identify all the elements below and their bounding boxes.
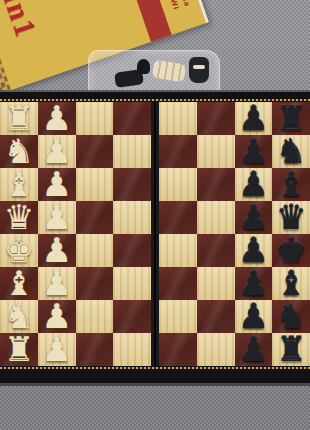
square[interactable] (113, 234, 151, 267)
white-knight[interactable]: ♞ (0, 134, 38, 168)
black-bishop[interactable]: ♝ (272, 266, 310, 300)
black-pawn[interactable]: ♟ (235, 299, 273, 333)
square[interactable] (159, 201, 197, 234)
black-pawn[interactable]: ♟ (235, 134, 273, 168)
square[interactable] (113, 168, 151, 201)
spare-black-piece (137, 59, 150, 74)
square[interactable] (76, 333, 114, 366)
square[interactable] (113, 300, 151, 333)
square[interactable] (159, 333, 197, 366)
square[interactable] (113, 135, 151, 168)
square[interactable] (76, 300, 114, 333)
square[interactable] (197, 201, 235, 234)
white-pawn[interactable]: ♟ (38, 167, 76, 201)
board-right-half: ♟♜♟♞♟♝♟♛♟♚♟♝♟♞♟♜ (159, 102, 310, 366)
square[interactable] (197, 300, 235, 333)
board-hinge (151, 102, 159, 366)
chess-board: ♜♟♞♟♝♟♛♟♚♟♝♟♞♟♜♟ ♟♜♟♞♟♝♟♛♟♚♟♝♟♞♟♜ (0, 90, 310, 386)
square[interactable] (159, 102, 197, 135)
black-pawn[interactable]: ♟ (235, 332, 273, 366)
square[interactable] (113, 201, 151, 234)
black-knight[interactable]: ♞ (272, 134, 310, 168)
square[interactable]: ♟ (38, 333, 76, 366)
board-squares: ♜♟♞♟♝♟♛♟♚♟♝♟♞♟♜♟ ♟♜♟♞♟♝♟♛♟♚♟♝♟♞♟♜ (0, 102, 310, 366)
black-knight[interactable]: ♞ (272, 299, 310, 333)
square[interactable]: ♟ (235, 333, 273, 366)
white-bishop[interactable]: ♝ (0, 167, 38, 201)
square[interactable] (76, 102, 114, 135)
white-rook[interactable]: ♜ (0, 101, 38, 135)
white-pawn[interactable]: ♟ (38, 266, 76, 300)
square[interactable] (76, 135, 114, 168)
black-queen[interactable]: ♛ (272, 200, 310, 234)
square[interactable] (76, 267, 114, 300)
square[interactable] (159, 135, 197, 168)
square[interactable] (76, 234, 114, 267)
square[interactable] (197, 333, 235, 366)
square[interactable] (159, 234, 197, 267)
white-pawn[interactable]: ♟ (38, 332, 76, 366)
black-king[interactable]: ♚ (272, 233, 310, 267)
board-frame-top (0, 90, 310, 98)
black-pawn[interactable]: ♟ (235, 233, 273, 267)
square[interactable]: ♜ (272, 333, 310, 366)
board-frame-bottom (0, 370, 310, 386)
square[interactable] (159, 168, 197, 201)
board-left-half: ♜♟♞♟♝♟♛♟♚♟♝♟♞♟♜♟ (0, 102, 151, 366)
white-knight[interactable]: ♞ (0, 299, 38, 333)
box-swoosh-graphic (85, 0, 125, 1)
black-pawn[interactable]: ♟ (235, 200, 273, 234)
black-pawn[interactable]: ♟ (235, 101, 273, 135)
white-pawn[interactable]: ♟ (38, 101, 76, 135)
spare-black-piece (189, 57, 209, 83)
white-rook[interactable]: ♜ (0, 332, 38, 366)
white-pawn[interactable]: ♟ (38, 233, 76, 267)
photo-background-fabric: 3in1 Exploited Wi Set Your Ima ♜♟♞♟♝♟♛♟♚… (0, 0, 310, 430)
square[interactable] (113, 102, 151, 135)
square[interactable] (76, 168, 114, 201)
white-pawn[interactable]: ♟ (38, 134, 76, 168)
white-king[interactable]: ♚ (0, 233, 38, 267)
square[interactable] (113, 333, 151, 366)
square[interactable] (113, 267, 151, 300)
square[interactable] (159, 300, 197, 333)
black-pawn[interactable]: ♟ (235, 266, 273, 300)
square[interactable] (197, 168, 235, 201)
white-pawn[interactable]: ♟ (38, 299, 76, 333)
black-rook[interactable]: ♜ (272, 101, 310, 135)
square[interactable] (76, 201, 114, 234)
white-queen[interactable]: ♛ (0, 200, 38, 234)
black-bishop[interactable]: ♝ (272, 167, 310, 201)
box-title: 3in1 (0, 0, 44, 42)
white-bishop[interactable]: ♝ (0, 266, 38, 300)
square[interactable] (197, 267, 235, 300)
spare-white-piece (152, 60, 186, 83)
black-rook[interactable]: ♜ (272, 332, 310, 366)
square[interactable] (159, 267, 197, 300)
square[interactable]: ♜ (0, 333, 38, 366)
square[interactable] (197, 102, 235, 135)
square[interactable] (197, 135, 235, 168)
square[interactable] (197, 234, 235, 267)
spare-white-piece (193, 65, 205, 69)
white-pawn[interactable]: ♟ (38, 200, 76, 234)
black-pawn[interactable]: ♟ (235, 167, 273, 201)
